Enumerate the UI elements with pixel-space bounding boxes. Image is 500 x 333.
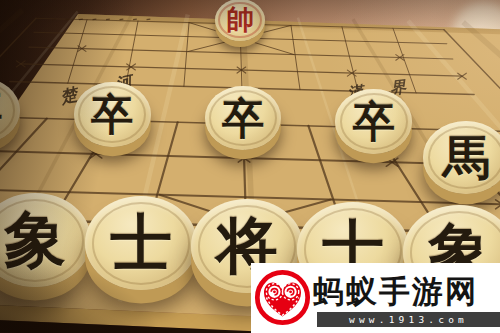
piece-glyph: 卒 xyxy=(0,89,3,131)
piece-glyph: 卒 xyxy=(353,100,395,142)
piece-glyph: 帥 xyxy=(226,6,254,34)
piece-black-soldier-1[interactable]: 卒 xyxy=(0,78,20,143)
piece-black-soldier-7[interactable]: 卒 xyxy=(335,89,412,154)
ant-heart-logo-icon xyxy=(254,269,311,326)
piece-black-horse[interactable]: 馬 xyxy=(423,121,500,193)
piece-black-soldier-3[interactable]: 卒 xyxy=(74,82,151,147)
piece-glyph: 卒 xyxy=(222,97,264,139)
xiangqi-photo-scene: 楚河 漢界 帥卒卒卒卒馬象士将士象 蚂蚁手游网 www.1913.com xyxy=(0,0,500,333)
piece-glyph: 卒 xyxy=(91,93,133,135)
piece-red-general[interactable]: 帥 xyxy=(215,0,265,41)
piece-glyph: 士 xyxy=(110,212,172,274)
piece-black-advisor-left[interactable]: 士 xyxy=(85,196,197,290)
piece-black-soldier-5[interactable]: 卒 xyxy=(205,86,282,151)
watermark: 蚂蚁手游网 www.1913.com xyxy=(251,263,500,333)
watermark-url: www.1913.com xyxy=(349,314,468,325)
piece-black-elephant-left[interactable]: 象 xyxy=(0,193,91,287)
piece-glyph: 馬 xyxy=(442,134,489,181)
piece-glyph: 象 xyxy=(4,209,66,271)
watermark-site-name: 蚂蚁手游网 xyxy=(313,271,499,313)
watermark-url-bar: www.1913.com xyxy=(317,312,500,327)
